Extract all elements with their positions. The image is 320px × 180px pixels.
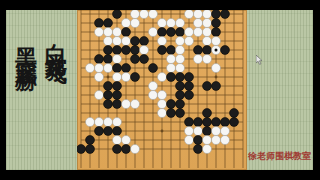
black-stone <box>122 64 131 73</box>
hoshi-point <box>215 76 218 79</box>
letterbox-left <box>0 0 6 180</box>
black-stone <box>104 46 113 55</box>
black-stone <box>176 109 185 118</box>
white-stone <box>122 19 131 28</box>
white-stone <box>131 145 140 154</box>
white-stone <box>185 10 194 19</box>
white-stone <box>86 118 95 127</box>
black-stone <box>176 91 185 100</box>
white-stone <box>185 28 194 37</box>
black-stone <box>113 145 122 154</box>
black-stone <box>131 37 140 46</box>
white-stone <box>203 37 212 46</box>
white-stone <box>203 10 212 19</box>
black-stone <box>185 73 194 82</box>
white-stone <box>95 118 104 127</box>
black-stone <box>113 82 122 91</box>
black-player-title: 黑廖元赫 <box>15 30 37 56</box>
black-stone <box>86 136 95 145</box>
white-stone <box>95 91 104 100</box>
white-stone <box>104 64 113 73</box>
white-stone <box>212 64 221 73</box>
black-stone <box>113 91 122 100</box>
last-move-marker <box>215 49 218 52</box>
black-stone <box>194 136 203 145</box>
black-stone <box>167 100 176 109</box>
white-stone <box>104 37 113 46</box>
watermark-text: 徐老师围棋教室 <box>248 150 311 163</box>
black-stone <box>104 100 113 109</box>
white-stone <box>95 73 104 82</box>
white-stone <box>113 118 122 127</box>
black-stone <box>140 37 149 46</box>
black-stone <box>212 82 221 91</box>
white-stone <box>176 64 185 73</box>
black-stone <box>104 91 113 100</box>
white-stone <box>194 127 203 136</box>
white-stone <box>149 91 158 100</box>
black-stone <box>131 55 140 64</box>
black-stone <box>113 64 122 73</box>
black-stone <box>104 127 113 136</box>
black-stone <box>77 145 86 154</box>
white-stone <box>158 91 167 100</box>
letterbox-right <box>313 0 320 180</box>
white-stone <box>122 100 131 109</box>
black-stone <box>203 82 212 91</box>
white-stone <box>113 28 122 37</box>
black-stone <box>104 19 113 28</box>
black-stone <box>95 19 104 28</box>
white-stone <box>131 100 140 109</box>
white-stone <box>122 37 131 46</box>
white-stone <box>140 10 149 19</box>
white-stone <box>113 37 122 46</box>
hoshi-point <box>107 76 110 79</box>
white-stone <box>104 28 113 37</box>
black-stone <box>104 55 113 64</box>
black-stone <box>212 118 221 127</box>
white-stone <box>176 37 185 46</box>
white-stone <box>131 19 140 28</box>
black-stone <box>167 109 176 118</box>
black-stone <box>203 46 212 55</box>
video-frame: 白党毅飞 黑廖元赫 徐老师围棋教室 <box>0 0 320 180</box>
letterbox-bottom <box>0 170 320 180</box>
white-stone <box>158 73 167 82</box>
white-stone <box>203 136 212 145</box>
white-stone <box>176 55 185 64</box>
white-stone <box>203 55 212 64</box>
black-stone <box>113 127 122 136</box>
black-stone <box>122 145 131 154</box>
black-stone <box>203 109 212 118</box>
black-stone <box>158 46 167 55</box>
white-stone <box>149 82 158 91</box>
white-stone <box>158 37 167 46</box>
black-stone <box>230 118 239 127</box>
black-stone <box>212 19 221 28</box>
black-stone <box>140 55 149 64</box>
black-stone <box>230 109 239 118</box>
white-stone <box>194 55 203 64</box>
black-label: 黑 <box>14 30 39 35</box>
white-stone <box>203 19 212 28</box>
black-stone <box>176 100 185 109</box>
white-stone <box>203 145 212 154</box>
black-stone <box>113 10 122 19</box>
black-stone <box>113 100 122 109</box>
white-stone <box>221 127 230 136</box>
white-stone <box>86 64 95 73</box>
white-stone <box>158 109 167 118</box>
letterbox-top <box>0 0 320 10</box>
hoshi-point <box>161 130 164 133</box>
black-stone <box>203 127 212 136</box>
white-stone <box>104 118 113 127</box>
black-stone <box>185 82 194 91</box>
white-stone <box>212 37 221 46</box>
white-stone <box>95 64 104 73</box>
black-stone <box>212 28 221 37</box>
black-stone <box>194 145 203 154</box>
black-stone <box>194 46 203 55</box>
white-stone <box>95 28 104 37</box>
white-stone <box>185 37 194 46</box>
white-stone <box>167 55 176 64</box>
black-stone <box>185 118 194 127</box>
white-label: 白 <box>44 25 69 30</box>
black-stone <box>176 82 185 91</box>
white-stone <box>194 28 203 37</box>
white-stone <box>185 136 194 145</box>
black-stone <box>194 118 203 127</box>
white-stone <box>194 19 203 28</box>
black-stone <box>104 82 113 91</box>
black-stone <box>176 73 185 82</box>
black-stone <box>149 64 158 73</box>
black-stone <box>131 46 140 55</box>
white-stone <box>176 19 185 28</box>
white-stone <box>167 64 176 73</box>
white-stone <box>212 136 221 145</box>
white-stone <box>131 10 140 19</box>
white-stone <box>221 136 230 145</box>
white-stone <box>140 46 149 55</box>
white-stone <box>149 10 158 19</box>
black-stone <box>158 28 167 37</box>
white-stone <box>158 19 167 28</box>
white-stone <box>158 100 167 109</box>
black-stone <box>95 55 104 64</box>
black-stone <box>185 91 194 100</box>
mouse-cursor-icon <box>256 55 263 65</box>
black-stone <box>95 127 104 136</box>
white-stone <box>176 46 185 55</box>
black-stone <box>113 46 122 55</box>
black-stone <box>221 118 230 127</box>
white-stone <box>212 127 221 136</box>
black-stone <box>203 118 212 127</box>
black-stone <box>167 73 176 82</box>
white-stone <box>113 73 122 82</box>
black-stone <box>167 46 176 55</box>
white-stone <box>185 127 194 136</box>
white-stone <box>203 28 212 37</box>
white-stone <box>122 136 131 145</box>
white-stone <box>194 10 203 19</box>
black-stone <box>131 73 140 82</box>
white-stone <box>149 28 158 37</box>
black-stone <box>167 28 176 37</box>
black-stone <box>221 10 230 19</box>
black-player-name: 廖元赫 <box>14 41 39 56</box>
black-stone <box>122 28 131 37</box>
white-player-title: 白党毅飞 <box>45 25 67 51</box>
black-stone <box>86 145 95 154</box>
black-stone <box>176 28 185 37</box>
white-stone <box>122 73 131 82</box>
black-stone <box>212 10 221 19</box>
white-stone <box>167 19 176 28</box>
white-player-name: 党毅飞 <box>44 36 69 51</box>
black-stone <box>221 46 230 55</box>
white-stone <box>113 55 122 64</box>
go-board[interactable] <box>77 10 247 170</box>
white-stone <box>113 136 122 145</box>
black-stone <box>122 46 131 55</box>
